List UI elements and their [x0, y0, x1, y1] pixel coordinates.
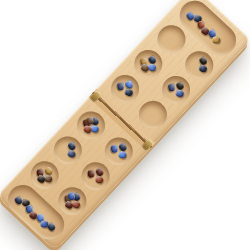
stone-slate [117, 82, 125, 91]
hinge-pin-left-icon [90, 90, 102, 102]
stone-brightblue [118, 150, 128, 159]
stone-rust [94, 175, 104, 184]
stone-slate [168, 83, 176, 92]
stone-maroon [87, 169, 95, 178]
stone-navy [124, 88, 134, 97]
stone-blue [110, 144, 118, 153]
stone-amber [212, 36, 221, 44]
mancala-board [0, 0, 250, 250]
stone-navy [46, 221, 57, 232]
product-photo-background [0, 0, 250, 250]
stone-blue [175, 89, 185, 98]
hinge-pin-right-icon [142, 138, 154, 150]
stone-slate [67, 149, 77, 158]
stone-navy [198, 64, 208, 73]
